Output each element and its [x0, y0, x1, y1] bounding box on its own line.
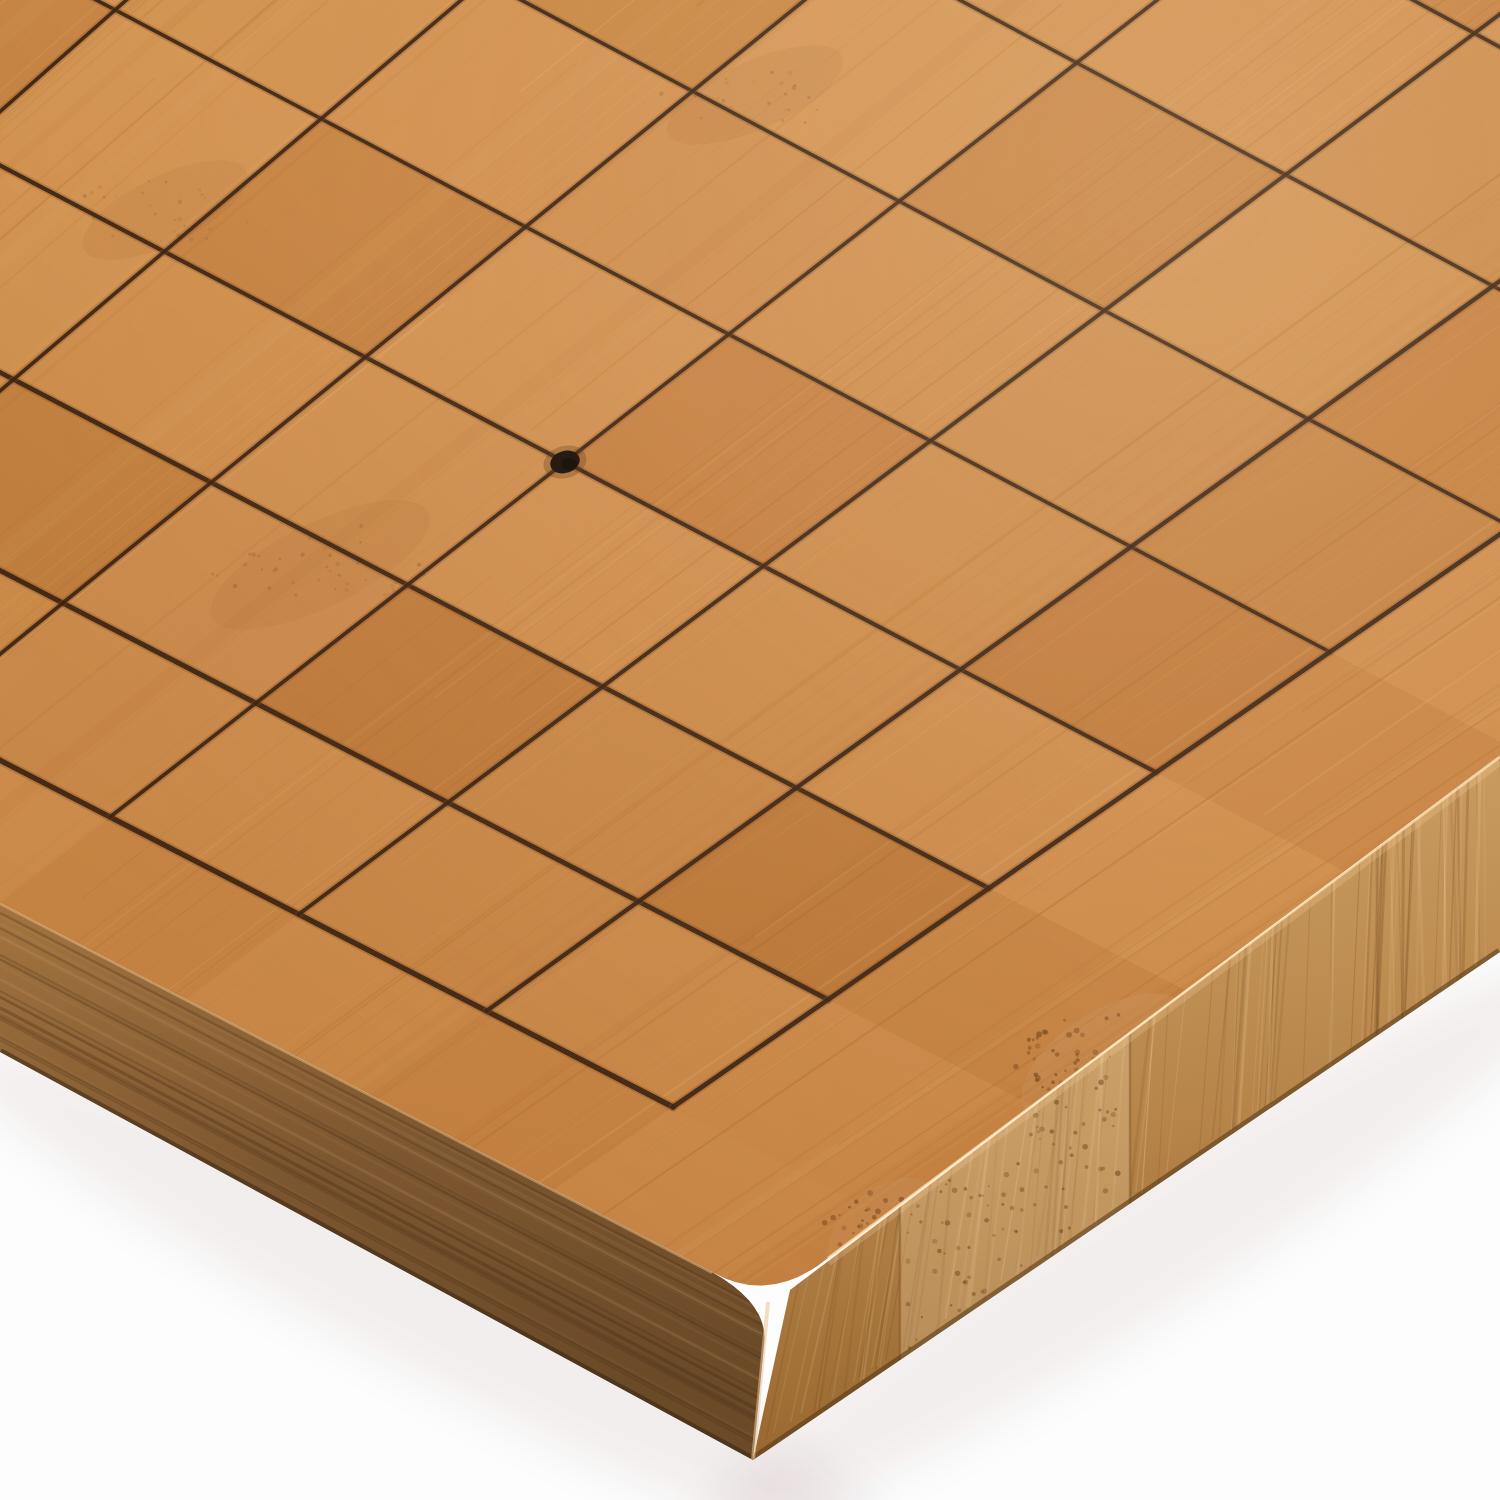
goban-product-photo: Go (weiqi / baduk) No stones placed; emp…: [0, 0, 1500, 1500]
board-gridlines-overlay: [0, 0, 1500, 1500]
lighting-overlays: [0, 0, 1500, 1500]
